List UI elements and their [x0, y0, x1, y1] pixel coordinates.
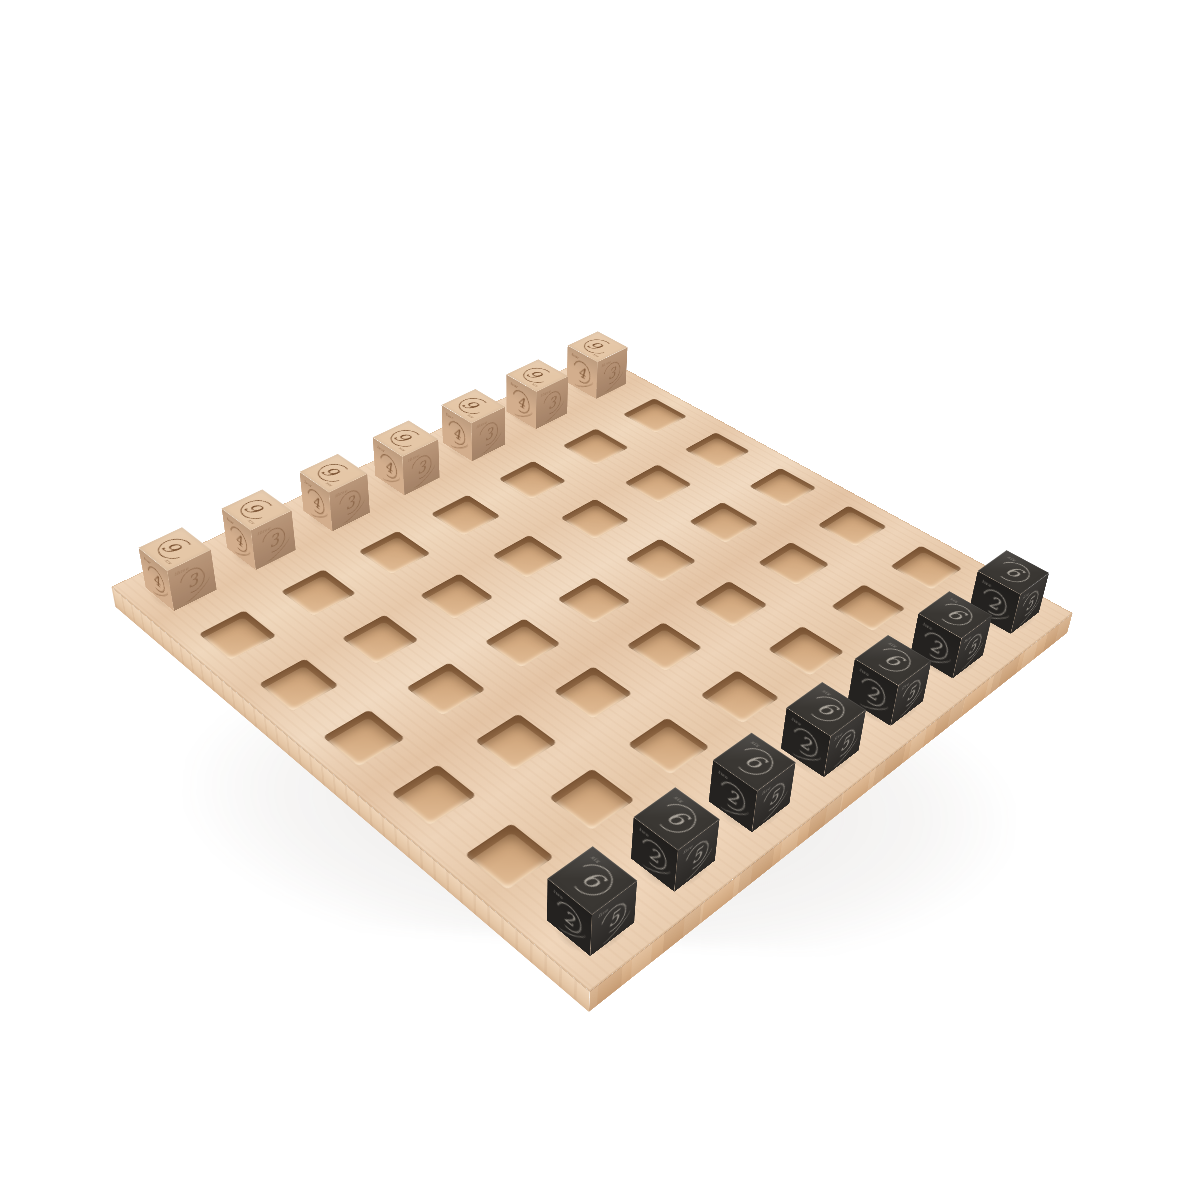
engraved-circle-flourish: 6	[653, 801, 701, 837]
engraved-numeral: 4	[311, 492, 319, 512]
engraved-circle-flourish: 4	[304, 489, 327, 514]
square-recess[interactable]	[625, 538, 697, 582]
engraved-script-label: six	[1007, 555, 1018, 561]
engraved-circle-flourish: 4	[144, 566, 167, 593]
engraved-numeral: 6	[576, 868, 608, 892]
square-recess[interactable]	[406, 662, 486, 715]
square-recess[interactable]	[492, 535, 564, 579]
engraved-numeral: 5	[608, 907, 620, 931]
engraved-script-label: four	[571, 351, 579, 360]
square-recess[interactable]	[259, 658, 339, 711]
engraved-script-label: six	[591, 353, 600, 358]
square-recess[interactable]	[768, 626, 844, 676]
engraved-circle-flourish: 4	[445, 421, 468, 445]
engraved-numeral: 4	[517, 392, 524, 410]
engraved-numeral: 4	[384, 456, 392, 475]
engraved-circle-flourish: 2	[858, 678, 889, 708]
square-recess[interactable]	[199, 611, 276, 661]
engraved-numeral: 5	[691, 844, 703, 867]
engraved-circle-flourish: 6	[455, 396, 492, 416]
engraved-circle-flourish: 2	[921, 632, 951, 660]
square-recess[interactable]	[484, 618, 561, 668]
square-recess[interactable]	[689, 502, 759, 543]
square-recess[interactable]	[391, 764, 476, 826]
engraved-numeral: 2	[799, 731, 812, 753]
engraved-script-label: six	[750, 740, 762, 748]
engraved-script-label: six	[245, 519, 255, 525]
engraved-numeral: 3	[185, 570, 198, 590]
square-recess[interactable]	[560, 499, 630, 540]
engraved-script-label: six	[530, 383, 539, 388]
engraved-script-label: six	[672, 795, 684, 804]
engraved-numeral: 6	[813, 699, 841, 718]
engraved-numeral: 4	[234, 529, 243, 549]
engraved-numeral: 3	[344, 493, 354, 512]
engraved-numeral: 6	[880, 651, 907, 669]
engraved-circle-flourish: 6	[567, 861, 618, 900]
engraved-numeral: 5	[768, 786, 779, 809]
engraved-script-label: four	[510, 380, 517, 389]
engraved-numeral: 6	[661, 807, 692, 830]
square-recess[interactable]	[624, 464, 692, 503]
engraved-numeral: 4	[151, 569, 161, 590]
engraved-circle-flourish: 4	[510, 389, 532, 413]
square-recess[interactable]	[557, 577, 631, 624]
engraved-numeral: 6	[321, 466, 346, 480]
square-recess[interactable]	[499, 461, 567, 500]
engraved-numeral: 4	[453, 423, 461, 442]
die-light[interactable]: six6four4three3	[145, 567, 216, 611]
engraved-numeral: 2	[563, 906, 574, 931]
engraved-numeral: 4	[578, 363, 586, 381]
square-recess[interactable]	[694, 581, 768, 628]
engraved-numeral: 6	[587, 341, 609, 352]
engraved-circle-flourish: 6	[386, 428, 425, 449]
engraved-numeral: 6	[740, 751, 769, 772]
die-light[interactable]: six6four4three3	[303, 492, 370, 531]
die-light[interactable]: six6four4three3	[375, 458, 440, 495]
engraved-circle-flourish: 6	[519, 366, 555, 385]
square-recess[interactable]	[627, 718, 709, 775]
engraved-script-label: four	[377, 444, 385, 453]
square-recess[interactable]	[749, 468, 816, 507]
engraved-circle-flourish: 2	[717, 780, 749, 813]
engraved-script-label: two	[923, 621, 933, 631]
engraved-numeral: 6	[526, 369, 548, 381]
engraved-script-label: six	[821, 689, 833, 697]
engraved-numeral: 6	[243, 502, 269, 517]
square-recess[interactable]	[684, 432, 750, 469]
engraved-script-label: two	[860, 667, 870, 678]
engraved-circle-flourish: 2	[638, 838, 671, 873]
square-recess[interactable]	[553, 666, 632, 719]
engraved-circle-flourish: 6	[732, 745, 777, 779]
engraved-numeral: 3	[548, 393, 556, 411]
die-light[interactable]: six6four4three3	[567, 367, 626, 398]
engraved-numeral: 6	[393, 432, 417, 445]
engraved-circle-flourish: 6	[996, 559, 1032, 585]
square-recess[interactable]	[831, 584, 905, 631]
engraved-numeral: 2	[988, 592, 1002, 613]
engraved-numeral: 2	[867, 682, 880, 704]
square-recess[interactable]	[890, 546, 961, 590]
engraved-circle-flourish: 4	[227, 526, 250, 552]
engraved-script-label: four	[143, 555, 151, 566]
square-recess[interactable]	[419, 573, 493, 620]
engraved-circle-flourish: 4	[571, 360, 593, 384]
square-recess[interactable]	[342, 614, 419, 664]
die-light[interactable]: six6four4three3	[443, 426, 506, 461]
page-background: { "page": { "background": "#ffffff", "de…	[0, 0, 1180, 1180]
square-recess[interactable]	[323, 710, 405, 767]
engraved-script-label: two	[982, 578, 992, 588]
engraved-numeral: 2	[929, 635, 943, 656]
square-recess[interactable]	[465, 823, 554, 889]
engraved-script-label: six	[589, 855, 602, 865]
square-recess[interactable]	[431, 495, 501, 536]
engraved-numeral: 2	[648, 843, 660, 867]
engraved-script-label: six	[887, 641, 898, 648]
die-black[interactable]: six6two2five5	[631, 829, 715, 892]
die-light[interactable]: six6four4three3	[227, 528, 296, 570]
engraved-script-label: six	[323, 482, 333, 488]
engraved-numeral: 6	[943, 606, 969, 623]
engraved-circle-flourish: 6	[581, 337, 615, 355]
engraved-numeral: 2	[727, 785, 739, 808]
engraved-script-label: four	[446, 411, 454, 420]
engraved-numeral: 6	[462, 400, 485, 412]
engraved-numeral: 3	[416, 458, 425, 477]
engraved-circle-flourish: 4	[377, 454, 400, 479]
engraved-circle-flourish: 6	[313, 462, 354, 484]
engraved-numeral: 6	[160, 541, 187, 557]
square-recess[interactable]	[700, 670, 779, 724]
engraved-circle-flourish: 6	[235, 498, 278, 522]
die-light[interactable]: six6four4three3	[506, 396, 567, 429]
engraved-circle-flourish: 6	[805, 693, 848, 724]
engraved-numeral: 3	[267, 530, 279, 550]
engraved-numeral: 6	[1002, 564, 1027, 580]
engraved-numeral: 5	[840, 733, 851, 755]
engraved-circle-flourish: 6	[873, 646, 913, 675]
die-black[interactable]: six6two2five5	[547, 888, 635, 957]
engraved-circle-flourish: 2	[790, 727, 821, 758]
engraved-script-label: six	[949, 597, 960, 604]
engraved-numeral: 3	[484, 425, 492, 443]
engraved-script-label: six	[465, 414, 474, 419]
square-recess[interactable]	[281, 570, 356, 617]
engraved-numeral: 3	[608, 364, 616, 382]
engraved-script-label: six	[162, 559, 172, 566]
engraved-script-label: six	[396, 447, 405, 452]
square-recess[interactable]	[475, 714, 557, 771]
square-recess[interactable]	[563, 429, 629, 466]
engraved-numeral: 5	[906, 683, 917, 704]
square-recess[interactable]	[359, 531, 431, 575]
square-recess[interactable]	[623, 399, 687, 434]
square-recess[interactable]	[758, 542, 830, 586]
square-recess[interactable]	[818, 506, 887, 547]
square-recess[interactable]	[549, 768, 634, 830]
engraved-script-label: two	[792, 716, 802, 727]
engraved-circle-flourish: 6	[151, 536, 196, 561]
engraved-circle-flourish: 6	[937, 601, 975, 628]
die-black[interactable]: six6two2five5	[709, 774, 790, 833]
square-recess[interactable]	[626, 622, 703, 672]
